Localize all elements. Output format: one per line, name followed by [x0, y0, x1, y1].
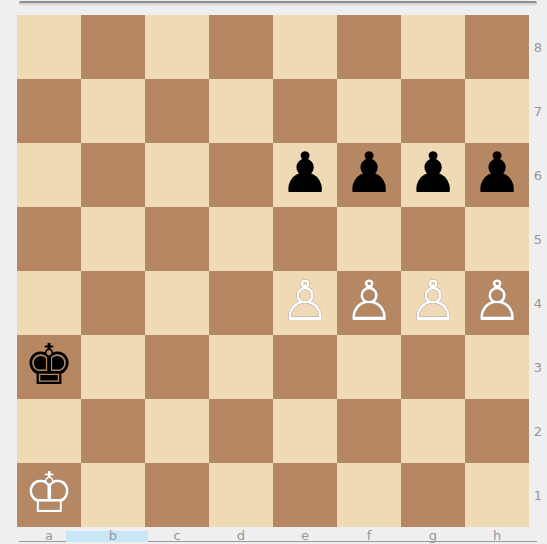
rank-label-8: 8 — [529, 15, 547, 79]
file-label-e: e — [273, 527, 337, 543]
square-h8[interactable] — [465, 15, 529, 79]
square-f6[interactable]: ♟ — [337, 143, 401, 207]
white-pawn[interactable]: ♙ — [472, 271, 522, 333]
square-d1[interactable] — [209, 463, 273, 527]
square-h6[interactable]: ♟ — [465, 143, 529, 207]
file-label-c: c — [145, 527, 209, 543]
square-h5[interactable] — [465, 207, 529, 271]
file-label-h: h — [465, 527, 529, 543]
square-a4[interactable] — [17, 271, 81, 335]
square-c8[interactable] — [145, 15, 209, 79]
white-pawn[interactable]: ♙ — [280, 271, 330, 333]
square-e8[interactable] — [273, 15, 337, 79]
square-e3[interactable] — [273, 335, 337, 399]
chess-app-page: ♟♟♟♟♙♙♙♙♚♔ 87654321 abcdefgh — [0, 0, 547, 544]
square-c6[interactable] — [145, 143, 209, 207]
square-f5[interactable] — [337, 207, 401, 271]
square-f3[interactable] — [337, 335, 401, 399]
square-g5[interactable] — [401, 207, 465, 271]
square-h1[interactable] — [465, 463, 529, 527]
rank-labels: 87654321 — [529, 15, 547, 527]
file-label-b: b — [81, 527, 145, 543]
square-c2[interactable] — [145, 399, 209, 463]
square-d7[interactable] — [209, 79, 273, 143]
rank-label-2: 2 — [529, 399, 547, 463]
square-h3[interactable] — [465, 335, 529, 399]
square-a5[interactable] — [17, 207, 81, 271]
square-a8[interactable] — [17, 15, 81, 79]
square-c3[interactable] — [145, 335, 209, 399]
square-b3[interactable] — [81, 335, 145, 399]
square-b8[interactable] — [81, 15, 145, 79]
square-d2[interactable] — [209, 399, 273, 463]
black-pawn[interactable]: ♟ — [408, 143, 458, 205]
square-e1[interactable] — [273, 463, 337, 527]
black-king[interactable]: ♚ — [24, 335, 74, 397]
black-pawn[interactable]: ♟ — [472, 143, 522, 205]
file-labels: abcdefgh — [17, 527, 529, 543]
square-a6[interactable] — [17, 143, 81, 207]
rank-label-4: 4 — [529, 271, 547, 335]
square-b6[interactable] — [81, 143, 145, 207]
square-b2[interactable] — [81, 399, 145, 463]
square-d3[interactable] — [209, 335, 273, 399]
square-d8[interactable] — [209, 15, 273, 79]
square-g3[interactable] — [401, 335, 465, 399]
square-g4[interactable]: ♙ — [401, 271, 465, 335]
black-pawn[interactable]: ♟ — [280, 143, 330, 205]
square-f8[interactable] — [337, 15, 401, 79]
square-e7[interactable] — [273, 79, 337, 143]
rank-label-3: 3 — [529, 335, 547, 399]
square-g6[interactable]: ♟ — [401, 143, 465, 207]
file-label-f: f — [337, 527, 401, 543]
square-e4[interactable]: ♙ — [273, 271, 337, 335]
square-b4[interactable] — [81, 271, 145, 335]
rank-label-5: 5 — [529, 207, 547, 271]
white-pawn[interactable]: ♙ — [344, 271, 394, 333]
square-a7[interactable] — [17, 79, 81, 143]
square-b1[interactable] — [81, 463, 145, 527]
square-h2[interactable] — [465, 399, 529, 463]
square-g7[interactable] — [401, 79, 465, 143]
square-f4[interactable]: ♙ — [337, 271, 401, 335]
file-label-a: a — [17, 527, 81, 543]
square-e6[interactable]: ♟ — [273, 143, 337, 207]
square-a2[interactable] — [17, 399, 81, 463]
rank-label-1: 1 — [529, 463, 547, 527]
square-f7[interactable] — [337, 79, 401, 143]
square-a1[interactable]: ♔ — [17, 463, 81, 527]
square-g1[interactable] — [401, 463, 465, 527]
chess-board: ♟♟♟♟♙♙♙♙♚♔ — [17, 15, 529, 527]
square-c7[interactable] — [145, 79, 209, 143]
square-g2[interactable] — [401, 399, 465, 463]
square-h4[interactable]: ♙ — [465, 271, 529, 335]
square-e5[interactable] — [273, 207, 337, 271]
horizontal-scrollbar[interactable] — [19, 1, 537, 6]
square-c4[interactable] — [145, 271, 209, 335]
square-e2[interactable] — [273, 399, 337, 463]
square-b7[interactable] — [81, 79, 145, 143]
white-king[interactable]: ♔ — [24, 463, 74, 525]
square-a3[interactable]: ♚ — [17, 335, 81, 399]
file-label-d: d — [209, 527, 273, 543]
square-b5[interactable] — [81, 207, 145, 271]
rank-label-6: 6 — [529, 143, 547, 207]
square-d5[interactable] — [209, 207, 273, 271]
white-pawn[interactable]: ♙ — [408, 271, 458, 333]
file-label-g: g — [401, 527, 465, 543]
square-d6[interactable] — [209, 143, 273, 207]
square-h7[interactable] — [465, 79, 529, 143]
black-pawn[interactable]: ♟ — [344, 143, 394, 205]
rank-label-7: 7 — [529, 79, 547, 143]
square-d4[interactable] — [209, 271, 273, 335]
square-g8[interactable] — [401, 15, 465, 79]
square-f2[interactable] — [337, 399, 401, 463]
square-c1[interactable] — [145, 463, 209, 527]
square-c5[interactable] — [145, 207, 209, 271]
square-f1[interactable] — [337, 463, 401, 527]
